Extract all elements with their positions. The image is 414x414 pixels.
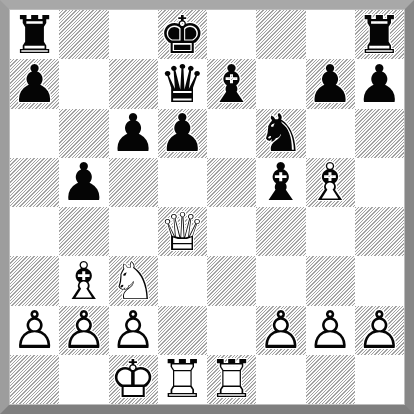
piece-white-queen[interactable]: ♛♕ bbox=[158, 207, 207, 256]
piece-glyph: ♟ bbox=[59, 158, 108, 207]
square-f6[interactable]: ♞♞ bbox=[256, 109, 305, 158]
square-h7[interactable]: ♟♟ bbox=[355, 59, 404, 108]
square-c3[interactable]: ♞♘ bbox=[109, 256, 158, 305]
square-h1[interactable] bbox=[355, 355, 404, 404]
square-h8[interactable]: ♜♜ bbox=[355, 10, 404, 59]
square-e6[interactable] bbox=[207, 109, 256, 158]
square-b7[interactable] bbox=[59, 59, 108, 108]
square-b3[interactable]: ♝♗ bbox=[59, 256, 108, 305]
square-g1[interactable] bbox=[306, 355, 355, 404]
square-d4[interactable]: ♛♕ bbox=[158, 207, 207, 256]
piece-black-rook[interactable]: ♜♜ bbox=[355, 10, 404, 59]
piece-black-rook[interactable]: ♜♜ bbox=[10, 10, 59, 59]
piece-glyph: ♙ bbox=[109, 306, 158, 355]
square-f7[interactable] bbox=[256, 59, 305, 108]
square-g5[interactable]: ♝♗ bbox=[306, 158, 355, 207]
piece-white-pawn[interactable]: ♟♙ bbox=[256, 306, 305, 355]
piece-glyph: ♚ bbox=[158, 10, 207, 59]
piece-glyph: ♝ bbox=[256, 158, 305, 207]
piece-white-pawn[interactable]: ♟♙ bbox=[306, 306, 355, 355]
piece-black-bishop[interactable]: ♝♝ bbox=[256, 158, 305, 207]
square-c1[interactable]: ♚♔ bbox=[109, 355, 158, 404]
piece-black-pawn[interactable]: ♟♟ bbox=[158, 109, 207, 158]
piece-glyph: ♜ bbox=[355, 10, 404, 59]
square-a3[interactable] bbox=[10, 256, 59, 305]
piece-white-pawn[interactable]: ♟♙ bbox=[10, 306, 59, 355]
square-a4[interactable] bbox=[10, 207, 59, 256]
piece-glyph: ♗ bbox=[306, 158, 355, 207]
square-g2[interactable]: ♟♙ bbox=[306, 306, 355, 355]
piece-glyph: ♗ bbox=[59, 256, 108, 305]
square-d6[interactable]: ♟♟ bbox=[158, 109, 207, 158]
square-h6[interactable] bbox=[355, 109, 404, 158]
piece-white-pawn[interactable]: ♟♙ bbox=[109, 306, 158, 355]
square-e8[interactable] bbox=[207, 10, 256, 59]
piece-glyph: ♝ bbox=[207, 59, 256, 108]
square-f4[interactable] bbox=[256, 207, 305, 256]
piece-black-bishop[interactable]: ♝♝ bbox=[207, 59, 256, 108]
piece-glyph: ♞ bbox=[256, 109, 305, 158]
square-b6[interactable] bbox=[59, 109, 108, 158]
piece-white-bishop[interactable]: ♝♗ bbox=[306, 158, 355, 207]
square-f1[interactable] bbox=[256, 355, 305, 404]
piece-black-knight[interactable]: ♞♞ bbox=[256, 109, 305, 158]
piece-glyph: ♙ bbox=[59, 306, 108, 355]
piece-glyph: ♖ bbox=[207, 355, 256, 404]
piece-glyph: ♟ bbox=[355, 59, 404, 108]
square-b5[interactable]: ♟♟ bbox=[59, 158, 108, 207]
piece-glyph: ♖ bbox=[158, 355, 207, 404]
square-g4[interactable] bbox=[306, 207, 355, 256]
square-c8[interactable] bbox=[109, 10, 158, 59]
piece-glyph: ♕ bbox=[158, 207, 207, 256]
piece-glyph: ♜ bbox=[10, 10, 59, 59]
square-e1[interactable]: ♜♖ bbox=[207, 355, 256, 404]
piece-glyph: ♟ bbox=[306, 59, 355, 108]
square-e2[interactable] bbox=[207, 306, 256, 355]
piece-black-pawn[interactable]: ♟♟ bbox=[59, 158, 108, 207]
square-g6[interactable] bbox=[306, 109, 355, 158]
square-f5[interactable]: ♝♝ bbox=[256, 158, 305, 207]
piece-black-pawn[interactable]: ♟♟ bbox=[355, 59, 404, 108]
piece-black-pawn[interactable]: ♟♟ bbox=[306, 59, 355, 108]
square-c7[interactable] bbox=[109, 59, 158, 108]
piece-glyph: ♟ bbox=[158, 109, 207, 158]
square-f8[interactable] bbox=[256, 10, 305, 59]
piece-white-king[interactable]: ♚♔ bbox=[109, 355, 158, 404]
piece-glyph: ♙ bbox=[256, 306, 305, 355]
square-g3[interactable] bbox=[306, 256, 355, 305]
square-c5[interactable] bbox=[109, 158, 158, 207]
square-b4[interactable] bbox=[59, 207, 108, 256]
piece-black-queen[interactable]: ♛♛ bbox=[158, 59, 207, 108]
square-d8[interactable]: ♚♚ bbox=[158, 10, 207, 59]
chess-board-frame: ♜♜♚♚♜♜♟♟♛♛♝♝♟♟♟♟♟♟♟♟♞♞♟♟♝♝♝♗♛♕♝♗♞♘♟♙♟♙♟♙… bbox=[0, 0, 414, 414]
square-f3[interactable] bbox=[256, 256, 305, 305]
square-c2[interactable]: ♟♙ bbox=[109, 306, 158, 355]
square-g8[interactable] bbox=[306, 10, 355, 59]
piece-glyph: ♟ bbox=[10, 59, 59, 108]
square-b1[interactable] bbox=[59, 355, 108, 404]
square-d3[interactable] bbox=[158, 256, 207, 305]
piece-glyph: ♙ bbox=[306, 306, 355, 355]
square-d7[interactable]: ♛♛ bbox=[158, 59, 207, 108]
square-a5[interactable] bbox=[10, 158, 59, 207]
chess-board: ♜♜♚♚♜♜♟♟♛♛♝♝♟♟♟♟♟♟♟♟♞♞♟♟♝♝♝♗♛♕♝♗♞♘♟♙♟♙♟♙… bbox=[10, 10, 404, 404]
square-b8[interactable] bbox=[59, 10, 108, 59]
square-a8[interactable]: ♜♜ bbox=[10, 10, 59, 59]
square-e4[interactable] bbox=[207, 207, 256, 256]
square-g7[interactable]: ♟♟ bbox=[306, 59, 355, 108]
piece-glyph: ♛ bbox=[158, 59, 207, 108]
piece-white-rook[interactable]: ♜♖ bbox=[207, 355, 256, 404]
square-d1[interactable]: ♜♖ bbox=[158, 355, 207, 404]
square-c6[interactable]: ♟♟ bbox=[109, 109, 158, 158]
piece-white-bishop[interactable]: ♝♗ bbox=[59, 256, 108, 305]
piece-glyph: ♟ bbox=[109, 109, 158, 158]
piece-glyph: ♙ bbox=[10, 306, 59, 355]
piece-glyph: ♘ bbox=[109, 256, 158, 305]
square-h5[interactable] bbox=[355, 158, 404, 207]
square-a1[interactable] bbox=[10, 355, 59, 404]
piece-white-pawn[interactable]: ♟♙ bbox=[355, 306, 404, 355]
square-b2[interactable]: ♟♙ bbox=[59, 306, 108, 355]
square-a2[interactable]: ♟♙ bbox=[10, 306, 59, 355]
square-d2[interactable] bbox=[158, 306, 207, 355]
piece-white-rook[interactable]: ♜♖ bbox=[158, 355, 207, 404]
square-e5[interactable] bbox=[207, 158, 256, 207]
square-a7[interactable]: ♟♟ bbox=[10, 59, 59, 108]
piece-glyph: ♙ bbox=[355, 306, 404, 355]
square-d5[interactable] bbox=[158, 158, 207, 207]
square-c4[interactable] bbox=[109, 207, 158, 256]
square-f2[interactable]: ♟♙ bbox=[256, 306, 305, 355]
piece-black-pawn[interactable]: ♟♟ bbox=[109, 109, 158, 158]
piece-black-king[interactable]: ♚♚ bbox=[158, 10, 207, 59]
square-h4[interactable] bbox=[355, 207, 404, 256]
square-a6[interactable] bbox=[10, 109, 59, 158]
piece-black-pawn[interactable]: ♟♟ bbox=[10, 59, 59, 108]
square-h3[interactable] bbox=[355, 256, 404, 305]
piece-white-knight[interactable]: ♞♘ bbox=[109, 256, 158, 305]
square-e3[interactable] bbox=[207, 256, 256, 305]
square-e7[interactable]: ♝♝ bbox=[207, 59, 256, 108]
piece-white-pawn[interactable]: ♟♙ bbox=[59, 306, 108, 355]
piece-glyph: ♔ bbox=[109, 355, 158, 404]
square-h2[interactable]: ♟♙ bbox=[355, 306, 404, 355]
